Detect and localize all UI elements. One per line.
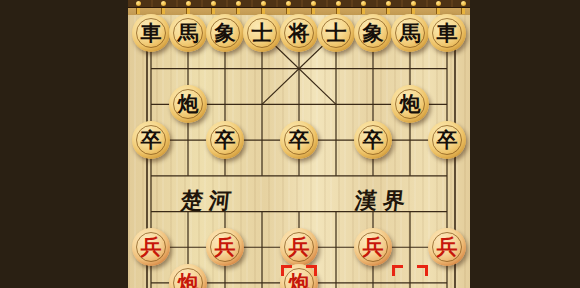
piece-glyph: 車 xyxy=(437,22,458,43)
xiangqi-board[interactable]: 楚河 漢界 車馬象士将士象馬車炮炮卒卒卒卒卒兵兵兵兵兵炮炮 xyxy=(128,0,470,288)
piece-glyph: 炮 xyxy=(178,93,199,114)
piece-red-soldier[interactable]: 兵 xyxy=(206,228,244,266)
piece-glyph: 卒 xyxy=(215,129,236,150)
piece-glyph: 卒 xyxy=(437,129,458,150)
piece-glyph: 兵 xyxy=(141,236,162,257)
piece-black-advisor[interactable]: 士 xyxy=(317,14,355,52)
piece-glyph: 象 xyxy=(215,22,236,43)
piece-glyph: 卒 xyxy=(141,129,162,150)
piece-glyph: 兵 xyxy=(289,236,310,257)
piece-glyph: 兵 xyxy=(215,236,236,257)
piece-black-soldier[interactable]: 卒 xyxy=(354,121,392,159)
piece-glyph: 炮 xyxy=(400,93,421,114)
piece-glyph: 兵 xyxy=(363,236,384,257)
piece-black-elephant[interactable]: 象 xyxy=(206,14,244,52)
piece-glyph: 象 xyxy=(363,22,384,43)
piece-black-chariot[interactable]: 車 xyxy=(428,14,466,52)
piece-glyph: 車 xyxy=(141,22,162,43)
piece-red-soldier[interactable]: 兵 xyxy=(354,228,392,266)
piece-black-horse[interactable]: 馬 xyxy=(391,14,429,52)
piece-glyph: 士 xyxy=(326,22,347,43)
river-label-chu-he: 楚河 xyxy=(179,186,238,216)
piece-glyph: 卒 xyxy=(363,129,384,150)
piece-glyph: 士 xyxy=(252,22,273,43)
piece-glyph: 炮 xyxy=(289,272,310,288)
river-label-han-jie: 漢界 xyxy=(353,186,412,216)
xiangqi-app: 楚河 漢界 車馬象士将士象馬車炮炮卒卒卒卒卒兵兵兵兵兵炮炮 xyxy=(0,0,580,288)
piece-red-soldier[interactable]: 兵 xyxy=(428,228,466,266)
piece-black-soldier[interactable]: 卒 xyxy=(206,121,244,159)
piece-glyph: 馬 xyxy=(178,22,199,43)
piece-glyph: 馬 xyxy=(400,22,421,43)
piece-glyph: 将 xyxy=(289,22,310,43)
piece-black-soldier[interactable]: 卒 xyxy=(428,121,466,159)
piece-black-soldier[interactable]: 卒 xyxy=(132,121,170,159)
piece-red-soldier[interactable]: 兵 xyxy=(132,228,170,266)
piece-black-advisor[interactable]: 士 xyxy=(243,14,281,52)
piece-glyph: 卒 xyxy=(289,129,310,150)
piece-black-horse[interactable]: 馬 xyxy=(169,14,207,52)
piece-glyph: 炮 xyxy=(178,272,199,288)
piece-black-soldier[interactable]: 卒 xyxy=(280,121,318,159)
piece-red-soldier[interactable]: 兵 xyxy=(280,228,318,266)
piece-black-general[interactable]: 将 xyxy=(280,14,318,52)
piece-black-chariot[interactable]: 車 xyxy=(132,14,170,52)
piece-black-elephant[interactable]: 象 xyxy=(354,14,392,52)
piece-glyph: 兵 xyxy=(437,236,458,257)
